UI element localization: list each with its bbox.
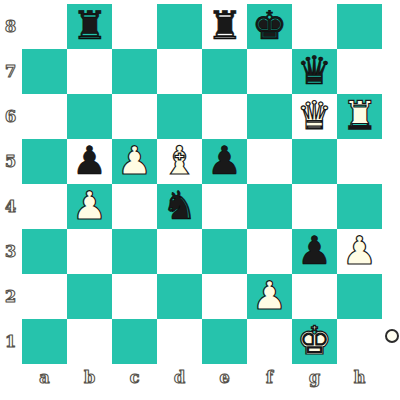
square-f7[interactable]: [247, 49, 292, 94]
square-g5[interactable]: [292, 139, 337, 184]
square-h6[interactable]: ♜: [337, 94, 382, 139]
square-c5[interactable]: ♟: [112, 139, 157, 184]
white-pawn[interactable]: ♟: [342, 228, 377, 273]
square-a8[interactable]: [22, 4, 67, 49]
square-g8[interactable]: [292, 4, 337, 49]
square-e6[interactable]: [202, 94, 247, 139]
file-label-h: h: [337, 368, 382, 396]
rank-label-3: 3: [0, 229, 21, 274]
square-a6[interactable]: [22, 94, 67, 139]
square-c8[interactable]: [112, 4, 157, 49]
white-to-move-indicator: [385, 329, 399, 343]
white-queen[interactable]: ♛: [297, 93, 332, 138]
square-f5[interactable]: [247, 139, 292, 184]
white-pawn[interactable]: ♟: [117, 138, 152, 183]
square-c6[interactable]: [112, 94, 157, 139]
chess-diagram: ♜♜♚♛♛♜♟♟♝♟♟♞♟♟♟♚ 87654321 abcdefgh: [0, 0, 400, 400]
black-king[interactable]: ♚: [252, 3, 287, 48]
rank-label-7: 7: [0, 49, 21, 94]
square-h8[interactable]: [337, 4, 382, 49]
square-g3[interactable]: ♟: [292, 229, 337, 274]
square-e8[interactable]: ♜: [202, 4, 247, 49]
square-h1[interactable]: [337, 319, 382, 364]
black-pawn[interactable]: ♟: [297, 228, 332, 273]
black-rook[interactable]: ♜: [72, 3, 107, 48]
file-label-a: a: [22, 368, 67, 396]
square-d2[interactable]: [157, 274, 202, 319]
square-e7[interactable]: [202, 49, 247, 94]
square-d6[interactable]: [157, 94, 202, 139]
file-label-c: c: [112, 368, 157, 396]
square-a4[interactable]: [22, 184, 67, 229]
rank-label-1: 1: [0, 319, 21, 364]
square-d1[interactable]: [157, 319, 202, 364]
square-b2[interactable]: [67, 274, 112, 319]
file-label-f: f: [247, 368, 292, 396]
square-b1[interactable]: [67, 319, 112, 364]
square-c2[interactable]: [112, 274, 157, 319]
square-c3[interactable]: [112, 229, 157, 274]
white-pawn[interactable]: ♟: [72, 183, 107, 228]
square-a5[interactable]: [22, 139, 67, 184]
square-e2[interactable]: [202, 274, 247, 319]
square-b8[interactable]: ♜: [67, 4, 112, 49]
chess-board: ♜♜♚♛♛♜♟♟♝♟♟♞♟♟♟♚: [22, 4, 382, 364]
square-h4[interactable]: [337, 184, 382, 229]
square-h2[interactable]: [337, 274, 382, 319]
rank-label-4: 4: [0, 184, 21, 229]
white-pawn[interactable]: ♟: [252, 273, 287, 318]
square-f6[interactable]: [247, 94, 292, 139]
black-queen[interactable]: ♛: [297, 48, 332, 93]
rank-label-2: 2: [0, 274, 21, 319]
rank-label-8: 8: [0, 4, 21, 49]
square-b7[interactable]: [67, 49, 112, 94]
black-pawn[interactable]: ♟: [72, 138, 107, 183]
square-e3[interactable]: [202, 229, 247, 274]
square-h7[interactable]: [337, 49, 382, 94]
square-b5[interactable]: ♟: [67, 139, 112, 184]
square-g2[interactable]: [292, 274, 337, 319]
square-g7[interactable]: ♛: [292, 49, 337, 94]
square-b3[interactable]: [67, 229, 112, 274]
square-g1[interactable]: ♚: [292, 319, 337, 364]
square-e4[interactable]: [202, 184, 247, 229]
square-g4[interactable]: [292, 184, 337, 229]
square-f4[interactable]: [247, 184, 292, 229]
square-d4[interactable]: ♞: [157, 184, 202, 229]
square-b6[interactable]: [67, 94, 112, 139]
black-rook[interactable]: ♜: [207, 3, 242, 48]
square-a7[interactable]: [22, 49, 67, 94]
rank-label-6: 6: [0, 94, 21, 139]
square-d8[interactable]: [157, 4, 202, 49]
file-label-b: b: [67, 368, 112, 396]
square-f1[interactable]: [247, 319, 292, 364]
square-d5[interactable]: ♝: [157, 139, 202, 184]
square-a3[interactable]: [22, 229, 67, 274]
square-g6[interactable]: ♛: [292, 94, 337, 139]
rank-label-5: 5: [0, 139, 21, 184]
file-label-e: e: [202, 368, 247, 396]
white-bishop[interactable]: ♝: [162, 138, 197, 183]
square-e5[interactable]: ♟: [202, 139, 247, 184]
black-pawn[interactable]: ♟: [207, 138, 242, 183]
file-label-g: g: [292, 368, 337, 396]
square-b4[interactable]: ♟: [67, 184, 112, 229]
square-h3[interactable]: ♟: [337, 229, 382, 274]
square-a1[interactable]: [22, 319, 67, 364]
square-f8[interactable]: ♚: [247, 4, 292, 49]
white-rook[interactable]: ♜: [342, 93, 377, 138]
file-label-d: d: [157, 368, 202, 396]
square-d3[interactable]: [157, 229, 202, 274]
square-c4[interactable]: [112, 184, 157, 229]
square-e1[interactable]: [202, 319, 247, 364]
square-c1[interactable]: [112, 319, 157, 364]
square-c7[interactable]: [112, 49, 157, 94]
square-f2[interactable]: ♟: [247, 274, 292, 319]
square-f3[interactable]: [247, 229, 292, 274]
square-d7[interactable]: [157, 49, 202, 94]
black-knight[interactable]: ♞: [162, 183, 197, 228]
square-h5[interactable]: [337, 139, 382, 184]
square-a2[interactable]: [22, 274, 67, 319]
white-king[interactable]: ♚: [297, 318, 332, 363]
